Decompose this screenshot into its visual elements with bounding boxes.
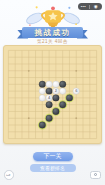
- share-icon: ↪: [5, 170, 12, 180]
- more-games-icon: [94, 173, 97, 176]
- group-ranking-button[interactable]: 查看群排名: [30, 164, 76, 172]
- close-home-icon[interactable]: ◉: [90, 3, 102, 10]
- next-level-button[interactable]: 下一关: [33, 152, 73, 161]
- banner-title: 挑战成功: [22, 27, 83, 38]
- board-svg[interactable]: 264: [4, 46, 101, 143]
- more-games-button[interactable]: [90, 171, 101, 180]
- share-button[interactable]: ↪: [4, 170, 14, 180]
- gomoku-board[interactable]: 264: [3, 45, 102, 144]
- level-round-info: 第21关 4回合: [0, 39, 105, 44]
- mini-program-screen: ••• ◉ 挑战成功 第21关 4回合 264 下一关 查看群排名 ↪: [0, 0, 105, 185]
- success-banner: 挑战成功: [18, 27, 87, 38]
